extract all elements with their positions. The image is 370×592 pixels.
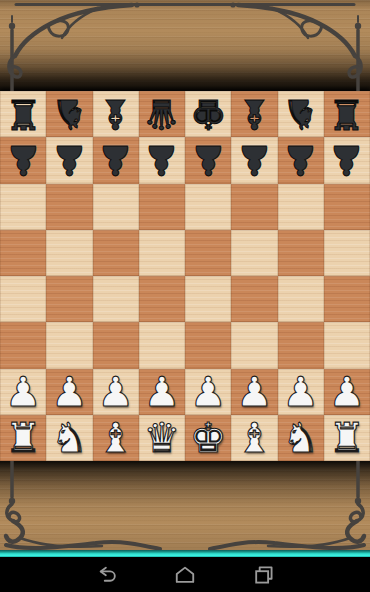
ornate-frame-top <box>0 0 370 91</box>
recent-apps-icon <box>251 562 277 588</box>
square-g2[interactable]: ♟ <box>278 369 324 415</box>
black-knight[interactable]: ♞ <box>51 91 88 137</box>
square-g1[interactable]: ♞ <box>278 415 324 461</box>
square-f2[interactable]: ♟ <box>231 369 277 415</box>
black-pawn[interactable]: ♟ <box>190 137 227 183</box>
square-f4[interactable] <box>231 276 277 322</box>
white-king[interactable]: ♚ <box>190 415 227 461</box>
square-d2[interactable]: ♟ <box>139 369 185 415</box>
black-bishop[interactable]: ♝ <box>97 91 134 137</box>
square-h8[interactable]: ♜ <box>324 91 370 137</box>
ornate-frame-bottom <box>0 461 370 550</box>
square-e3[interactable] <box>185 322 231 368</box>
square-c5[interactable] <box>93 230 139 276</box>
square-g3[interactable] <box>278 322 324 368</box>
white-pawn[interactable]: ♟ <box>282 369 319 415</box>
square-d3[interactable] <box>139 322 185 368</box>
black-queen[interactable]: ♛ <box>143 91 180 137</box>
square-d6[interactable] <box>139 184 185 230</box>
square-b4[interactable] <box>46 276 92 322</box>
accent-strip <box>0 550 370 557</box>
chess-board[interactable]: ♜♞♝♛♚♝♞♜♟♟♟♟♟♟♟♟♟♟♟♟♟♟♟♟♜♞♝♛♚♝♞♜ <box>0 91 370 461</box>
square-a4[interactable] <box>0 276 46 322</box>
square-c3[interactable] <box>93 322 139 368</box>
square-e7[interactable]: ♟ <box>185 137 231 183</box>
square-d1[interactable]: ♛ <box>139 415 185 461</box>
square-b8[interactable]: ♞ <box>46 91 92 137</box>
square-h7[interactable]: ♟ <box>324 137 370 183</box>
square-a6[interactable] <box>0 184 46 230</box>
square-c8[interactable]: ♝ <box>93 91 139 137</box>
white-knight[interactable]: ♞ <box>282 415 319 461</box>
black-bishop[interactable]: ♝ <box>236 91 273 137</box>
home-button[interactable] <box>171 561 199 589</box>
square-h1[interactable]: ♜ <box>324 415 370 461</box>
wood-background-top <box>0 0 370 91</box>
square-h2[interactable]: ♟ <box>324 369 370 415</box>
square-f5[interactable] <box>231 230 277 276</box>
square-b5[interactable] <box>46 230 92 276</box>
white-rook[interactable]: ♜ <box>328 415 365 461</box>
square-h5[interactable] <box>324 230 370 276</box>
square-f1[interactable]: ♝ <box>231 415 277 461</box>
black-pawn[interactable]: ♟ <box>328 137 365 183</box>
square-c6[interactable] <box>93 184 139 230</box>
android-navbar <box>0 557 370 592</box>
white-pawn[interactable]: ♟ <box>51 369 88 415</box>
back-arrow-icon <box>95 562 121 588</box>
square-a3[interactable] <box>0 322 46 368</box>
square-e1[interactable]: ♚ <box>185 415 231 461</box>
square-e5[interactable] <box>185 230 231 276</box>
square-c4[interactable] <box>93 276 139 322</box>
square-c1[interactable]: ♝ <box>93 415 139 461</box>
white-bishop[interactable]: ♝ <box>97 415 134 461</box>
square-g7[interactable]: ♟ <box>278 137 324 183</box>
white-pawn[interactable]: ♟ <box>190 369 227 415</box>
square-b6[interactable] <box>46 184 92 230</box>
black-rook[interactable]: ♜ <box>328 91 365 137</box>
white-bishop[interactable]: ♝ <box>236 415 273 461</box>
white-rook[interactable]: ♜ <box>5 415 42 461</box>
square-g5[interactable] <box>278 230 324 276</box>
square-b1[interactable]: ♞ <box>46 415 92 461</box>
square-d8[interactable]: ♛ <box>139 91 185 137</box>
square-e8[interactable]: ♚ <box>185 91 231 137</box>
square-e4[interactable] <box>185 276 231 322</box>
black-knight[interactable]: ♞ <box>282 91 319 137</box>
square-h3[interactable] <box>324 322 370 368</box>
square-b2[interactable]: ♟ <box>46 369 92 415</box>
square-a7[interactable]: ♟ <box>0 137 46 183</box>
white-pawn[interactable]: ♟ <box>97 369 134 415</box>
square-b7[interactable]: ♟ <box>46 137 92 183</box>
white-pawn[interactable]: ♟ <box>5 369 42 415</box>
black-pawn[interactable]: ♟ <box>236 137 273 183</box>
square-d7[interactable]: ♟ <box>139 137 185 183</box>
square-g6[interactable] <box>278 184 324 230</box>
black-rook[interactable]: ♜ <box>5 91 42 137</box>
square-a8[interactable]: ♜ <box>0 91 46 137</box>
white-knight[interactable]: ♞ <box>51 415 88 461</box>
white-pawn[interactable]: ♟ <box>328 369 365 415</box>
square-a2[interactable]: ♟ <box>0 369 46 415</box>
square-a1[interactable]: ♜ <box>0 415 46 461</box>
square-f8[interactable]: ♝ <box>231 91 277 137</box>
black-king[interactable]: ♚ <box>190 91 227 137</box>
square-h6[interactable] <box>324 184 370 230</box>
square-g8[interactable]: ♞ <box>278 91 324 137</box>
square-c7[interactable]: ♟ <box>93 137 139 183</box>
square-d4[interactable] <box>139 276 185 322</box>
square-e2[interactable]: ♟ <box>185 369 231 415</box>
square-f6[interactable] <box>231 184 277 230</box>
black-pawn[interactable]: ♟ <box>97 137 134 183</box>
square-c2[interactable]: ♟ <box>93 369 139 415</box>
black-pawn[interactable]: ♟ <box>282 137 319 183</box>
home-icon <box>172 562 198 588</box>
white-queen[interactable]: ♛ <box>143 415 180 461</box>
square-f7[interactable]: ♟ <box>231 137 277 183</box>
back-button[interactable] <box>94 561 122 589</box>
white-pawn[interactable]: ♟ <box>236 369 273 415</box>
app-screen: ♜♞♝♛♚♝♞♜♟♟♟♟♟♟♟♟♟♟♟♟♟♟♟♟♜♞♝♛♚♝♞♜ <box>0 0 370 592</box>
black-pawn[interactable]: ♟ <box>143 137 180 183</box>
square-f3[interactable] <box>231 322 277 368</box>
recent-apps-button[interactable] <box>250 561 278 589</box>
square-a5[interactable] <box>0 230 46 276</box>
wood-background-bottom <box>0 461 370 550</box>
square-e6[interactable] <box>185 184 231 230</box>
black-pawn[interactable]: ♟ <box>5 137 42 183</box>
square-b3[interactable] <box>46 322 92 368</box>
black-pawn[interactable]: ♟ <box>51 137 88 183</box>
square-h4[interactable] <box>324 276 370 322</box>
square-d5[interactable] <box>139 230 185 276</box>
white-pawn[interactable]: ♟ <box>143 369 180 415</box>
square-g4[interactable] <box>278 276 324 322</box>
